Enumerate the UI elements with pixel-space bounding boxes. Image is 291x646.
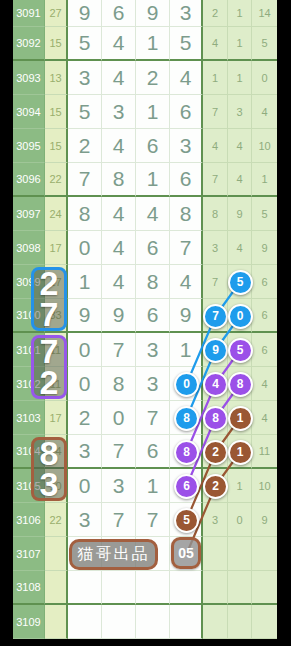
draw-digit: 1 — [136, 469, 170, 503]
sum-value — [45, 605, 68, 639]
draw-digit — [136, 605, 170, 639]
stat-value — [228, 537, 252, 571]
number-circle-purple: 4 — [203, 372, 228, 397]
stat-value: 9 — [252, 231, 277, 265]
stat-value — [203, 605, 228, 639]
stat-value: 4 — [228, 163, 252, 197]
draw-digit: 0 — [68, 469, 102, 503]
stat-value: 10 — [252, 129, 277, 163]
number-circle-blue: 5 — [228, 270, 253, 295]
issue-number: 3106 — [13, 503, 45, 537]
stat-value: 2 — [203, 0, 228, 27]
stat-value: 1 — [252, 163, 277, 197]
draw-digit — [170, 571, 203, 605]
stat-value: 3 — [203, 503, 228, 537]
result-box: 05 — [171, 537, 201, 569]
draw-digit: 9 — [136, 0, 170, 27]
issue-number: 3096 — [13, 163, 45, 197]
draw-digit: 3 — [136, 367, 170, 401]
draw-digit: 8 — [170, 197, 203, 231]
issue-number: 3094 — [13, 95, 45, 129]
stat-value: 4 — [252, 401, 277, 435]
sum-value: 17 — [45, 401, 68, 435]
draw-digit: 0 — [68, 367, 102, 401]
number-circle-purple: 8 — [174, 440, 199, 465]
stat-value: 11 — [252, 435, 277, 469]
number-circle-purple: 6 — [174, 474, 199, 499]
draw-digit: 1 — [136, 163, 170, 197]
draw-digit — [102, 605, 136, 639]
draw-digit: 6 — [136, 435, 170, 469]
stat-value: 7 — [203, 163, 228, 197]
number-circle-purple: 8 — [228, 372, 253, 397]
sum-value — [45, 571, 68, 605]
prediction-digit: 3 — [40, 469, 59, 500]
table-row: 3097248448895 — [13, 197, 277, 231]
stat-value: 0 — [228, 503, 252, 537]
sum-value: 27 — [45, 0, 68, 27]
sum-value: 13 — [45, 61, 68, 95]
sum-value — [45, 537, 68, 571]
draw-digit: 9 — [68, 0, 102, 27]
draw-digit — [102, 571, 136, 605]
draw-digit: 4 — [102, 129, 136, 163]
table-row: 3106223775309 — [13, 503, 277, 537]
stat-value: 9 — [252, 503, 277, 537]
draw-digit: 5 — [68, 95, 102, 129]
prediction-box-blue: 27 — [31, 267, 67, 331]
draw-digit: 2 — [68, 129, 102, 163]
stat-value: 1 — [228, 61, 252, 95]
draw-digit: 8 — [136, 265, 170, 299]
draw-digit — [136, 571, 170, 605]
draw-digit: 3 — [170, 129, 203, 163]
draw-digit: 4 — [102, 231, 136, 265]
draw-digit: 6 — [136, 231, 170, 265]
number-circle-brown: 2 — [203, 474, 228, 499]
sum-value: 15 — [45, 129, 68, 163]
number-circle-blue: 8 — [174, 406, 199, 431]
number-circle-blue: 9 — [203, 338, 228, 363]
stat-value: 4 — [228, 231, 252, 265]
table-row: 30951524634410 — [13, 129, 277, 163]
sum-value: 17 — [45, 231, 68, 265]
stat-value: 10 — [252, 469, 277, 503]
draw-digit: 3 — [102, 469, 136, 503]
draw-digit: 7 — [170, 231, 203, 265]
draw-digit: 1 — [170, 333, 203, 367]
stat-value: 4 — [228, 129, 252, 163]
draw-digit: 4 — [102, 27, 136, 61]
table-row: 3092155415415 — [13, 27, 277, 61]
draw-digit: 7 — [68, 163, 102, 197]
stat-value — [252, 605, 277, 639]
stat-value: 1 — [228, 469, 252, 503]
stat-value: 9 — [228, 197, 252, 231]
draw-digit: 3 — [102, 95, 136, 129]
draw-digit: 3 — [170, 0, 203, 27]
draw-digit: 5 — [170, 27, 203, 61]
sum-value: 15 — [45, 27, 68, 61]
draw-digit: 3 — [68, 435, 102, 469]
table-row: 3096227816741 — [13, 163, 277, 197]
draw-digit: 6 — [136, 299, 170, 333]
stat-value: 1 — [228, 27, 252, 61]
issue-number: 3109 — [13, 605, 45, 639]
draw-digit: 4 — [136, 197, 170, 231]
draw-digit: 3 — [68, 503, 102, 537]
stat-value: 14 — [252, 0, 277, 27]
stat-value — [228, 571, 252, 605]
watermark-badge: 猫哥出品 — [69, 539, 158, 570]
issue-number: 3098 — [13, 231, 45, 265]
stat-value: 5 — [252, 197, 277, 231]
draw-digit: 7 — [136, 503, 170, 537]
stat-value: 3 — [203, 231, 228, 265]
draw-digit: 5 — [68, 27, 102, 61]
issue-number: 3093 — [13, 61, 45, 95]
number-circle-brown: 1 — [228, 406, 253, 431]
sum-value: 22 — [45, 163, 68, 197]
draw-digit: 9 — [170, 299, 203, 333]
stat-value: 1 — [228, 0, 252, 27]
draw-digit: 3 — [136, 333, 170, 367]
table-row: 30912796932114 — [13, 0, 277, 27]
number-circle-blue: 7 — [203, 304, 228, 329]
issue-number: 3108 — [13, 571, 45, 605]
issue-number: 3107 — [13, 537, 45, 571]
stat-value — [203, 537, 228, 571]
prediction-digit: 7 — [40, 299, 59, 330]
table-row: 3093133424110 — [13, 61, 277, 95]
issue-number: 3092 — [13, 27, 45, 61]
draw-digit: 6 — [136, 129, 170, 163]
stat-value: 4 — [203, 27, 228, 61]
draw-digit: 4 — [102, 197, 136, 231]
draw-digit — [68, 605, 102, 639]
prediction-box-brown: 83 — [31, 437, 67, 501]
stat-value: 4 — [252, 367, 277, 401]
table-row: 3094155316734 — [13, 95, 277, 129]
stat-value — [203, 571, 228, 605]
draw-digit: 7 — [102, 503, 136, 537]
stat-value: 1 — [203, 61, 228, 95]
stat-value: 3 — [228, 95, 252, 129]
stat-value: 7 — [203, 265, 228, 299]
draw-digit: 6 — [102, 0, 136, 27]
draw-digit: 8 — [102, 163, 136, 197]
issue-number: 3103 — [13, 401, 45, 435]
prediction-box-purple: 72 — [31, 335, 67, 399]
draw-digit: 4 — [102, 61, 136, 95]
number-circle-blue: 0 — [174, 372, 199, 397]
sum-value: 24 — [45, 197, 68, 231]
stat-value: 7 — [203, 95, 228, 129]
stat-value: 6 — [252, 299, 277, 333]
draw-digit: 1 — [68, 265, 102, 299]
sum-value: 15 — [45, 95, 68, 129]
stat-value: 6 — [252, 333, 277, 367]
draw-digit: 1 — [136, 27, 170, 61]
draw-digit: 7 — [136, 401, 170, 435]
stat-value: 4 — [203, 129, 228, 163]
draw-digit: 2 — [136, 61, 170, 95]
issue-number: 3097 — [13, 197, 45, 231]
stat-value: 5 — [252, 27, 277, 61]
stat-value: 4 — [252, 95, 277, 129]
number-circle-brown: 5 — [174, 508, 199, 533]
draw-digit: 0 — [68, 231, 102, 265]
issue-number: 3091 — [13, 0, 45, 27]
draw-digit: 4 — [170, 265, 203, 299]
draw-digit: 3 — [68, 61, 102, 95]
draw-digit: 8 — [68, 197, 102, 231]
table-row: 3109 — [13, 605, 277, 639]
draw-digit: 0 — [102, 401, 136, 435]
stat-value — [252, 537, 277, 571]
table-row: 3108 — [13, 571, 277, 605]
number-circle-brown: 2 — [203, 440, 228, 465]
draw-digit: 1 — [136, 95, 170, 129]
draw-digit: 7 — [102, 435, 136, 469]
draw-digit: 9 — [68, 299, 102, 333]
draw-digit: 6 — [170, 95, 203, 129]
prediction-digit: 2 — [40, 367, 59, 398]
stat-value: 0 — [252, 61, 277, 95]
draw-digit: 8 — [102, 367, 136, 401]
number-circle-brown: 1 — [228, 440, 253, 465]
draw-digit: 0 — [68, 333, 102, 367]
number-circle-purple: 5 — [228, 338, 253, 363]
draw-digit: 4 — [102, 265, 136, 299]
stat-value — [228, 605, 252, 639]
lottery-trend-chart: 3091279693211430921554154153093133424110… — [0, 0, 291, 646]
number-circle-purple: 8 — [203, 406, 228, 431]
number-circle-blue: 0 — [228, 304, 253, 329]
draw-digit: 2 — [68, 401, 102, 435]
draw-digit — [68, 571, 102, 605]
draw-digit — [170, 605, 203, 639]
draw-digit: 9 — [102, 299, 136, 333]
draw-digit: 4 — [170, 61, 203, 95]
stat-value: 6 — [252, 265, 277, 299]
stat-value: 8 — [203, 197, 228, 231]
stat-value — [252, 571, 277, 605]
draw-digit: 6 — [170, 163, 203, 197]
sum-value: 22 — [45, 503, 68, 537]
issue-number: 3095 — [13, 129, 45, 163]
table-row: 3098170467349 — [13, 231, 277, 265]
draw-digit: 7 — [102, 333, 136, 367]
